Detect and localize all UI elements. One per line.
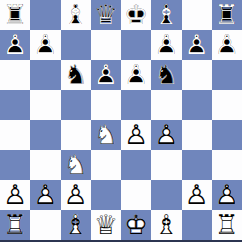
piece-outline: ♙ xyxy=(61,180,91,210)
square-g5[interactable] xyxy=(182,90,212,120)
piece-outline: ♘ xyxy=(91,120,121,150)
square-f2[interactable] xyxy=(151,180,181,210)
square-g3[interactable] xyxy=(182,150,212,180)
square-g7[interactable]: ♟♙ xyxy=(182,30,212,60)
square-g4[interactable] xyxy=(182,120,212,150)
square-c7[interactable] xyxy=(61,30,91,60)
square-d4[interactable]: ♞♘ xyxy=(91,120,121,150)
square-e6[interactable]: ♟♙ xyxy=(121,60,151,90)
square-f1[interactable]: ♝♗ xyxy=(151,210,181,240)
piece-black-queen[interactable]: ♛♕ xyxy=(91,0,121,30)
piece-outline: ♙ xyxy=(121,120,151,150)
square-a3[interactable] xyxy=(0,150,30,180)
piece-outline: ♔ xyxy=(121,210,151,240)
piece-outline: ♙ xyxy=(151,30,181,60)
square-b7[interactable]: ♟♙ xyxy=(30,30,60,60)
piece-outline: ♙ xyxy=(182,30,212,60)
square-h6[interactable] xyxy=(212,60,242,90)
square-h3[interactable] xyxy=(212,150,242,180)
piece-outline: ♘ xyxy=(61,150,91,180)
square-e8[interactable]: ♚♔ xyxy=(121,0,151,30)
square-d5[interactable] xyxy=(91,90,121,120)
piece-black-pawn[interactable]: ♟♙ xyxy=(91,60,121,90)
square-a2[interactable]: ♟♙ xyxy=(0,180,30,210)
piece-outline: ♙ xyxy=(212,30,242,60)
piece-white-pawn[interactable]: ♟♙ xyxy=(30,180,60,210)
piece-outline: ♙ xyxy=(121,60,151,90)
square-g1[interactable] xyxy=(182,210,212,240)
square-a7[interactable]: ♟♙ xyxy=(0,30,30,60)
piece-white-queen[interactable]: ♛♕ xyxy=(91,210,121,240)
square-d3[interactable] xyxy=(91,150,121,180)
square-c2[interactable]: ♟♙ xyxy=(61,180,91,210)
square-f8[interactable]: ♝♗ xyxy=(151,0,181,30)
square-h8[interactable]: ♜♖ xyxy=(212,0,242,30)
square-b6[interactable] xyxy=(30,60,60,90)
piece-outline: ♕ xyxy=(91,0,121,30)
piece-outline: ♕ xyxy=(91,210,121,240)
square-e3[interactable] xyxy=(121,150,151,180)
piece-outline: ♘ xyxy=(61,60,91,90)
square-h4[interactable] xyxy=(212,120,242,150)
square-b3[interactable] xyxy=(30,150,60,180)
piece-outline: ♙ xyxy=(0,30,30,60)
square-g2[interactable]: ♟♙ xyxy=(182,180,212,210)
piece-black-pawn[interactable]: ♟♙ xyxy=(121,60,151,90)
piece-outline: ♙ xyxy=(30,180,60,210)
piece-black-knight[interactable]: ♞♘ xyxy=(61,60,91,90)
piece-outline: ♙ xyxy=(212,180,242,210)
square-b4[interactable] xyxy=(30,120,60,150)
square-e1[interactable]: ♚♔ xyxy=(121,210,151,240)
piece-outline: ♗ xyxy=(151,210,181,240)
square-d6[interactable]: ♟♙ xyxy=(91,60,121,90)
square-g6[interactable] xyxy=(182,60,212,90)
piece-black-king[interactable]: ♚♔ xyxy=(121,0,151,30)
square-h5[interactable] xyxy=(212,90,242,120)
piece-outline: ♙ xyxy=(30,30,60,60)
square-b5[interactable] xyxy=(30,90,60,120)
piece-outline: ♙ xyxy=(0,180,30,210)
square-e5[interactable] xyxy=(121,90,151,120)
square-f7[interactable]: ♟♙ xyxy=(151,30,181,60)
square-b1[interactable] xyxy=(30,210,60,240)
piece-outline: ♗ xyxy=(151,0,181,30)
square-f4[interactable]: ♟♙ xyxy=(151,120,181,150)
piece-black-pawn[interactable]: ♟♙ xyxy=(212,30,242,60)
piece-white-king[interactable]: ♚♔ xyxy=(121,210,151,240)
piece-white-pawn[interactable]: ♟♙ xyxy=(61,180,91,210)
square-f6[interactable]: ♞♘ xyxy=(151,60,181,90)
piece-outline: ♔ xyxy=(121,0,151,30)
square-h1[interactable]: ♜♖ xyxy=(212,210,242,240)
square-f5[interactable] xyxy=(151,90,181,120)
piece-black-knight[interactable]: ♞♘ xyxy=(151,60,181,90)
piece-white-pawn[interactable]: ♟♙ xyxy=(151,120,181,150)
square-e7[interactable] xyxy=(121,30,151,60)
square-h7[interactable]: ♟♙ xyxy=(212,30,242,60)
square-h2[interactable]: ♟♙ xyxy=(212,180,242,210)
piece-outline: ♖ xyxy=(212,0,242,30)
square-a5[interactable] xyxy=(0,90,30,120)
piece-white-knight[interactable]: ♞♘ xyxy=(91,120,121,150)
square-a1[interactable]: ♜♖ xyxy=(0,210,30,240)
square-c3[interactable]: ♞♘ xyxy=(61,150,91,180)
square-b2[interactable]: ♟♙ xyxy=(30,180,60,210)
piece-black-rook[interactable]: ♜♖ xyxy=(212,0,242,30)
piece-outline: ♘ xyxy=(151,60,181,90)
piece-black-pawn[interactable]: ♟♙ xyxy=(30,30,60,60)
square-e4[interactable]: ♟♙ xyxy=(121,120,151,150)
square-d1[interactable]: ♛♕ xyxy=(91,210,121,240)
piece-white-pawn[interactable]: ♟♙ xyxy=(182,180,212,210)
square-c8[interactable]: ♝♗ xyxy=(61,0,91,30)
board-grid: ♜♖♝♗♛♕♚♔♝♗♜♖♟♙♟♙♟♙♟♙♟♙♞♘♟♙♟♙♞♘♞♘♟♙♟♙♞♘♟♙… xyxy=(0,0,242,240)
square-a4[interactable] xyxy=(0,120,30,150)
piece-black-pawn[interactable]: ♟♙ xyxy=(0,30,30,60)
square-f3[interactable] xyxy=(151,150,181,180)
piece-outline: ♗ xyxy=(61,210,91,240)
square-d2[interactable] xyxy=(91,180,121,210)
square-d8[interactable]: ♛♕ xyxy=(91,0,121,30)
piece-black-bishop[interactable]: ♝♗ xyxy=(151,0,181,30)
square-b8[interactable] xyxy=(30,0,60,30)
chess-board: ♜♖♝♗♛♕♚♔♝♗♜♖♟♙♟♙♟♙♟♙♟♙♞♘♟♙♟♙♞♘♞♘♟♙♟♙♞♘♟♙… xyxy=(0,0,242,242)
piece-outline: ♗ xyxy=(61,0,91,30)
piece-outline: ♖ xyxy=(0,0,30,30)
piece-white-knight[interactable]: ♞♘ xyxy=(61,150,91,180)
piece-white-pawn[interactable]: ♟♙ xyxy=(212,180,242,210)
piece-white-pawn[interactable]: ♟♙ xyxy=(121,120,151,150)
square-c5[interactable] xyxy=(61,90,91,120)
piece-black-pawn[interactable]: ♟♙ xyxy=(182,30,212,60)
piece-white-rook[interactable]: ♜♖ xyxy=(0,210,30,240)
piece-outline: ♙ xyxy=(151,120,181,150)
piece-white-bishop[interactable]: ♝♗ xyxy=(61,210,91,240)
piece-outline: ♖ xyxy=(212,210,242,240)
piece-black-rook[interactable]: ♜♖ xyxy=(0,0,30,30)
piece-white-rook[interactable]: ♜♖ xyxy=(212,210,242,240)
piece-black-bishop[interactable]: ♝♗ xyxy=(61,0,91,30)
piece-black-pawn[interactable]: ♟♙ xyxy=(151,30,181,60)
square-c4[interactable] xyxy=(61,120,91,150)
piece-outline: ♖ xyxy=(0,210,30,240)
square-a8[interactable]: ♜♖ xyxy=(0,0,30,30)
square-c6[interactable]: ♞♘ xyxy=(61,60,91,90)
piece-white-bishop[interactable]: ♝♗ xyxy=(151,210,181,240)
piece-white-pawn[interactable]: ♟♙ xyxy=(0,180,30,210)
square-g8[interactable] xyxy=(182,0,212,30)
square-c1[interactable]: ♝♗ xyxy=(61,210,91,240)
square-d7[interactable] xyxy=(91,30,121,60)
square-e2[interactable] xyxy=(121,180,151,210)
piece-outline: ♙ xyxy=(91,60,121,90)
square-a6[interactable] xyxy=(0,60,30,90)
piece-outline: ♙ xyxy=(182,180,212,210)
